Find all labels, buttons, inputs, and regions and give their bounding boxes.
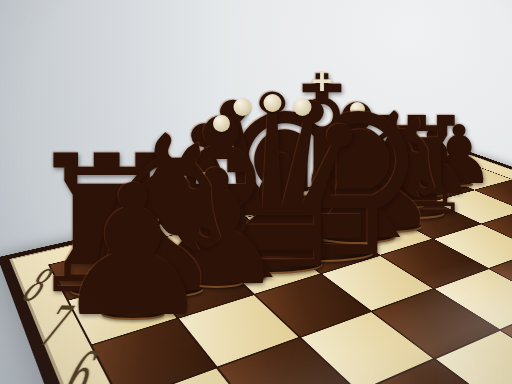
chess-set-photo-scene: 8a7b6c5d4e3f2g1h ♜♞♝♛♚+♝♞♜♟♟♟♟♟♟♟♟ (0, 0, 512, 384)
pawn-glyph: ♟ (52, 161, 214, 342)
piece-a7-pawn: ♟ (88, 206, 178, 318)
pieces-layer: ♜♞♝♛♚+♝♞♜♟♟♟♟♟♟♟♟ (0, 0, 512, 384)
